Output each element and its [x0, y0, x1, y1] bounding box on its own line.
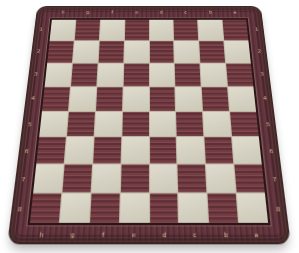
square-e7	[120, 165, 148, 193]
square-h8	[30, 194, 61, 223]
square-d1	[149, 20, 173, 40]
square-a1	[223, 20, 249, 40]
board-grid	[27, 18, 270, 225]
square-f3	[97, 63, 123, 86]
square-e5	[122, 111, 149, 136]
square-c1	[174, 20, 199, 40]
file-label-b: b	[198, 9, 223, 15]
square-d8	[150, 194, 179, 223]
file-label-d: d	[149, 9, 174, 15]
square-e8	[120, 194, 149, 223]
square-f2	[98, 41, 123, 62]
chess-board: hgfedcba hgfedcba 12345678 12345678	[7, 6, 291, 244]
file-label-e: e	[124, 9, 149, 15]
square-a7	[235, 165, 265, 193]
square-a6	[232, 137, 261, 163]
file-labels-bottom: hgfedcba	[26, 230, 272, 240]
rank-label-8: 8	[272, 194, 286, 225]
rank-label-7: 7	[268, 165, 281, 194]
square-f6	[93, 137, 121, 163]
rank-label-6: 6	[20, 137, 33, 165]
square-h2	[47, 41, 73, 62]
file-label-c: c	[180, 230, 211, 240]
file-label-c: c	[173, 9, 198, 15]
square-d5	[150, 111, 177, 136]
square-e4	[123, 87, 149, 111]
square-g8	[60, 194, 90, 223]
square-e2	[124, 41, 149, 62]
file-label-h: h	[26, 230, 58, 240]
square-h7	[33, 165, 63, 193]
square-h5	[39, 111, 68, 136]
square-h4	[42, 87, 70, 111]
file-label-a: a	[222, 9, 247, 15]
square-a4	[228, 87, 256, 111]
square-g4	[69, 87, 96, 111]
square-b7	[206, 165, 236, 193]
square-c3	[175, 63, 201, 86]
rank-label-7: 7	[17, 165, 30, 194]
rank-label-4: 4	[27, 86, 39, 111]
file-label-g: g	[57, 230, 88, 240]
rank-label-1: 1	[36, 18, 47, 40]
square-b4	[202, 87, 229, 111]
file-labels-top: hgfedcba	[51, 9, 248, 15]
product-photo-canvas: hgfedcba hgfedcba 12345678 12345678	[0, 0, 299, 253]
square-h6	[36, 137, 65, 163]
square-a2	[224, 41, 250, 62]
rank-label-5: 5	[262, 111, 274, 137]
square-a8	[237, 194, 268, 223]
square-g2	[73, 41, 99, 62]
square-a5	[230, 111, 259, 136]
rank-label-3: 3	[256, 62, 267, 86]
file-label-b: b	[210, 230, 241, 240]
square-c5	[176, 111, 203, 136]
file-label-h: h	[51, 9, 76, 15]
rank-label-8: 8	[13, 194, 27, 225]
square-b5	[203, 111, 231, 136]
square-g3	[71, 63, 97, 86]
square-h1	[50, 20, 76, 40]
rank-label-5: 5	[24, 111, 36, 137]
rank-label-6: 6	[265, 137, 278, 165]
square-b8	[208, 194, 238, 223]
square-b6	[205, 137, 234, 163]
rank-label-2: 2	[33, 40, 44, 63]
file-label-g: g	[75, 9, 100, 15]
square-d3	[149, 63, 174, 86]
square-f1	[100, 20, 125, 40]
square-b2	[199, 41, 225, 62]
rank-label-4: 4	[259, 86, 271, 111]
square-c7	[178, 165, 207, 193]
square-f5	[94, 111, 121, 136]
square-f7	[91, 165, 120, 193]
square-f4	[96, 87, 123, 111]
file-label-f: f	[100, 9, 125, 15]
square-g5	[67, 111, 95, 136]
square-d7	[150, 165, 178, 193]
square-b1	[198, 20, 223, 40]
square-e6	[121, 137, 148, 163]
square-a3	[226, 63, 253, 86]
rank-label-1: 1	[251, 18, 262, 40]
square-f8	[90, 194, 120, 223]
square-c8	[179, 194, 209, 223]
square-g7	[62, 165, 92, 193]
square-g1	[75, 20, 100, 40]
square-g6	[65, 137, 94, 163]
file-label-e: e	[118, 230, 149, 240]
square-e3	[123, 63, 148, 86]
file-label-d: d	[149, 230, 180, 240]
square-d6	[150, 137, 177, 163]
square-d2	[149, 41, 174, 62]
file-label-a: a	[241, 230, 273, 240]
square-b3	[201, 63, 227, 86]
rank-label-2: 2	[254, 40, 265, 63]
square-e1	[125, 20, 149, 40]
square-h3	[45, 63, 72, 86]
file-label-f: f	[87, 230, 118, 240]
square-c6	[177, 137, 205, 163]
square-d4	[149, 87, 175, 111]
rank-label-3: 3	[30, 62, 41, 86]
square-c4	[176, 87, 203, 111]
square-c2	[174, 41, 199, 62]
